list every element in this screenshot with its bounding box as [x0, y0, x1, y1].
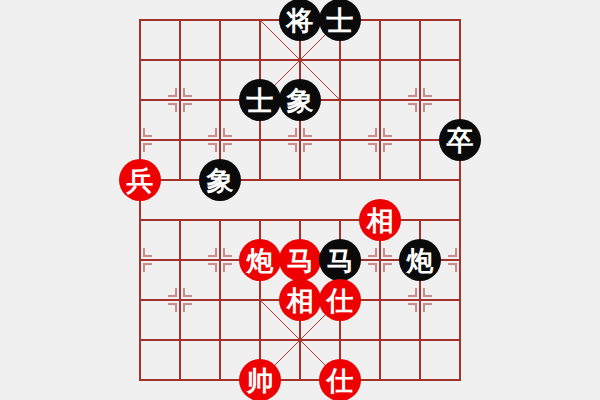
piece-black-advisor[interactable]: 士	[239, 79, 281, 121]
app-background: 将士士象卒兵象相炮马马炮相仕帅仕	[0, 0, 600, 400]
piece-red-cannon[interactable]: 炮	[239, 239, 281, 281]
piece-red-advisor[interactable]: 仕	[319, 279, 361, 321]
piece-black-horse[interactable]: 马	[319, 239, 361, 281]
piece-red-soldier[interactable]: 兵	[119, 159, 161, 201]
piece-red-general[interactable]: 帅	[239, 359, 281, 400]
piece-black-cannon[interactable]: 炮	[399, 239, 441, 281]
piece-red-horse[interactable]: 马	[279, 239, 321, 281]
piece-black-soldier[interactable]: 卒	[439, 119, 481, 161]
piece-black-elephant[interactable]: 象	[279, 79, 321, 121]
piece-red-advisor[interactable]: 仕	[319, 359, 361, 400]
piece-black-general[interactable]: 将	[279, 0, 321, 41]
piece-black-advisor[interactable]: 士	[319, 0, 361, 41]
board-grid	[140, 20, 460, 380]
piece-red-elephant[interactable]: 相	[359, 199, 401, 241]
xiangqi-board[interactable]: 将士士象卒兵象相炮马马炮相仕帅仕	[140, 20, 460, 380]
piece-red-elephant[interactable]: 相	[279, 279, 321, 321]
piece-black-elephant[interactable]: 象	[199, 159, 241, 201]
